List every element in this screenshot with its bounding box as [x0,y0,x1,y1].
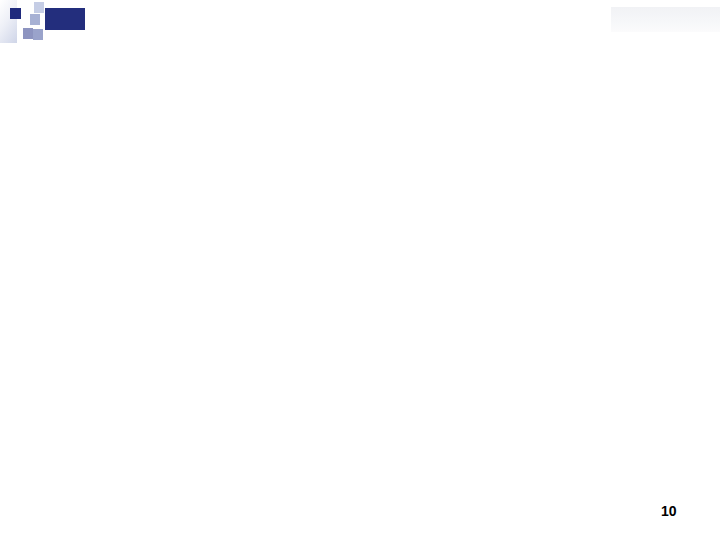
decoration-navy-square [10,8,21,19]
decoration-light-square [34,2,44,13]
decoration-mid-square [30,14,40,25]
decoration-topright-bar [611,7,720,32]
decoration-navy-bar [45,8,85,30]
decoration-vertical-bar [0,0,17,43]
chess-board [90,5,605,519]
decoration-slate-square [33,29,43,40]
page-number: 10 [661,503,677,519]
decoration-purple-square [23,28,33,39]
